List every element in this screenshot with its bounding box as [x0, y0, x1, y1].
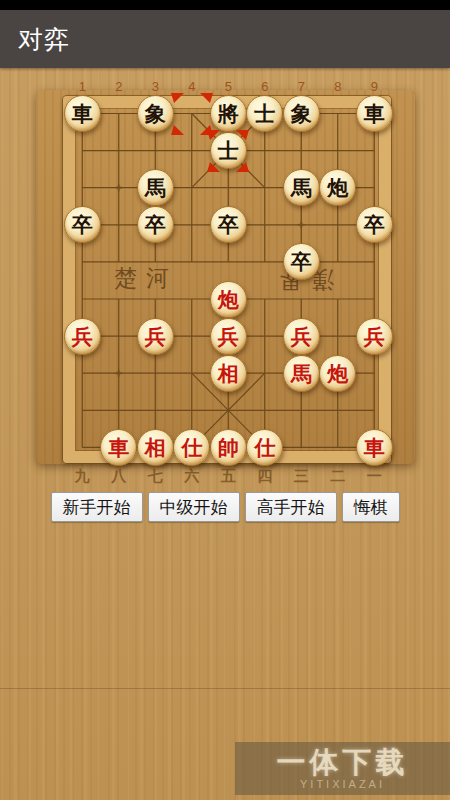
piece-glyph: 兵 — [145, 326, 166, 347]
page-title: 对弈 — [18, 23, 70, 56]
piece-black-cannon[interactable]: 炮 — [319, 169, 356, 206]
undo-move-button[interactable]: 悔棋 — [342, 492, 400, 522]
piece-glyph: 相 — [218, 363, 239, 384]
file-number: 7 — [283, 79, 320, 94]
piece-red-soldier[interactable]: 兵 — [356, 318, 393, 355]
piece-black-soldier[interactable]: 卒 — [210, 206, 247, 243]
advanced-start-button[interactable]: 高手开始 — [245, 492, 337, 522]
top-file-numbers: 123456789 — [64, 79, 393, 94]
piece-glyph: 炮 — [218, 289, 239, 310]
bottom-file-numbers: 九八七六五四三二一 — [64, 467, 393, 486]
intermediate-start-button[interactable]: 中级开始 — [148, 492, 240, 522]
piece-glyph: 車 — [108, 437, 129, 458]
piece-black-chariot[interactable]: 車 — [356, 95, 393, 132]
file-number: 九 — [64, 467, 101, 486]
piece-glyph: 兵 — [291, 326, 312, 347]
piece-black-horse[interactable]: 馬 — [283, 169, 320, 206]
file-number: 一 — [356, 467, 393, 486]
piece-red-soldier[interactable]: 兵 — [283, 318, 320, 355]
file-number: 2 — [101, 79, 138, 94]
piece-glyph: 卒 — [218, 214, 239, 235]
file-number: 4 — [174, 79, 211, 94]
piece-glyph: 車 — [364, 437, 385, 458]
file-number: 三 — [283, 467, 320, 486]
piece-black-advisor[interactable]: 士 — [210, 132, 247, 169]
file-number: 8 — [320, 79, 357, 94]
piece-black-general[interactable]: 將 — [210, 95, 247, 132]
file-number: 3 — [137, 79, 174, 94]
piece-glyph: 士 — [254, 103, 275, 124]
file-number: 五 — [210, 467, 247, 486]
piece-red-general[interactable]: 帥 — [210, 429, 247, 466]
piece-glyph: 馬 — [291, 363, 312, 384]
piece-glyph: 象 — [145, 103, 166, 124]
piece-glyph: 仕 — [254, 437, 275, 458]
board-piece-grid: 車象將士象車士馬馬炮卒卒卒卒卒炮兵兵兵兵兵相馬炮車相仕帥仕車 — [64, 95, 393, 466]
file-number: 1 — [64, 79, 101, 94]
file-number: 七 — [137, 467, 174, 486]
file-number: 6 — [247, 79, 284, 94]
piece-red-advisor[interactable]: 仕 — [173, 429, 210, 466]
file-number: 二 — [320, 467, 357, 486]
piece-black-soldier[interactable]: 卒 — [356, 206, 393, 243]
piece-glyph: 卒 — [364, 214, 385, 235]
file-number: 八 — [101, 467, 138, 486]
novice-start-button[interactable]: 新手开始 — [51, 492, 143, 522]
watermark-title: 一体下载 — [277, 748, 409, 777]
piece-glyph: 兵 — [364, 326, 385, 347]
piece-glyph: 卒 — [72, 214, 93, 235]
piece-red-soldier[interactable]: 兵 — [210, 318, 247, 355]
piece-glyph: 仕 — [181, 437, 202, 458]
piece-red-elephant[interactable]: 相 — [210, 355, 247, 392]
piece-glyph: 車 — [72, 103, 93, 124]
status-bar — [0, 0, 450, 10]
piece-red-horse[interactable]: 馬 — [283, 355, 320, 392]
piece-black-soldier[interactable]: 卒 — [283, 243, 320, 280]
piece-black-soldier[interactable]: 卒 — [64, 206, 101, 243]
piece-glyph: 帥 — [218, 437, 239, 458]
file-number: 5 — [210, 79, 247, 94]
piece-glyph: 馬 — [145, 177, 166, 198]
piece-red-soldier[interactable]: 兵 — [64, 318, 101, 355]
piece-red-cannon[interactable]: 炮 — [319, 355, 356, 392]
piece-black-elephant[interactable]: 象 — [137, 95, 174, 132]
piece-red-cannon[interactable]: 炮 — [210, 281, 247, 318]
piece-glyph: 卒 — [145, 214, 166, 235]
piece-red-soldier[interactable]: 兵 — [137, 318, 174, 355]
piece-glyph: 將 — [218, 103, 239, 124]
piece-glyph: 象 — [291, 103, 312, 124]
piece-black-chariot[interactable]: 車 — [64, 95, 101, 132]
watermark-subtitle: YITIXIAZAI — [300, 778, 385, 790]
piece-black-horse[interactable]: 馬 — [137, 169, 174, 206]
piece-red-advisor[interactable]: 仕 — [246, 429, 283, 466]
piece-red-elephant[interactable]: 相 — [137, 429, 174, 466]
piece-glyph: 相 — [145, 437, 166, 458]
piece-black-elephant[interactable]: 象 — [283, 95, 320, 132]
piece-glyph: 馬 — [291, 177, 312, 198]
piece-glyph: 兵 — [72, 326, 93, 347]
file-number: 六 — [174, 467, 211, 486]
piece-glyph: 士 — [218, 140, 239, 161]
piece-red-chariot[interactable]: 車 — [100, 429, 137, 466]
file-number: 四 — [247, 467, 284, 486]
piece-glyph: 炮 — [327, 363, 348, 384]
piece-glyph: 車 — [364, 103, 385, 124]
piece-black-advisor[interactable]: 士 — [246, 95, 283, 132]
button-row: 新手开始 中级开始 高手开始 悔棋 — [0, 492, 450, 522]
app-screen: 对弈 楚河 漢界 123456789 九八七六五四三二一 車象將士象車士馬馬炮卒… — [0, 0, 450, 800]
piece-red-chariot[interactable]: 車 — [356, 429, 393, 466]
piece-glyph: 兵 — [218, 326, 239, 347]
last-move-marker — [171, 93, 213, 135]
piece-glyph: 卒 — [291, 251, 312, 272]
title-bar: 对弈 — [0, 10, 450, 68]
wood-plank-seam — [0, 688, 450, 689]
watermark: 一体下载 YITIXIAZAI — [235, 742, 450, 795]
file-number: 9 — [356, 79, 393, 94]
piece-glyph: 炮 — [327, 177, 348, 198]
piece-black-soldier[interactable]: 卒 — [137, 206, 174, 243]
